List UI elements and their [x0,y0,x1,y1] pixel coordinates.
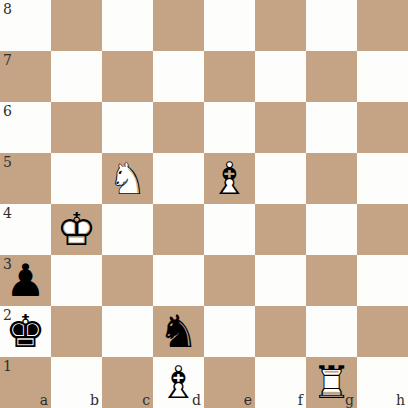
square-h1[interactable]: h [357,357,408,408]
square-b4[interactable]: ♚♔ [51,204,102,255]
square-a1[interactable]: 1a [0,357,51,408]
rank-label-6: 6 [3,104,12,118]
rank-label-1: 1 [3,359,12,373]
square-d1[interactable]: d♝♗ [153,357,204,408]
square-g8[interactable] [306,0,357,51]
square-a7[interactable]: 7 [0,51,51,102]
piece-outline-layer: ♗ [158,357,198,408]
piece-outline-layer: ♔ [56,204,96,255]
square-c1[interactable]: c [102,357,153,408]
square-e4[interactable] [204,204,255,255]
square-g4[interactable] [306,204,357,255]
square-e3[interactable] [204,255,255,306]
file-label-c: c [142,393,150,407]
piece-white-bishop[interactable]: ♝♗ [204,153,255,204]
square-e7[interactable] [204,51,255,102]
square-f7[interactable] [255,51,306,102]
square-f2[interactable] [255,306,306,357]
rank-label-8: 8 [3,2,12,16]
square-c5[interactable]: ♞♘ [102,153,153,204]
file-label-e: e [244,393,252,407]
square-b5[interactable] [51,153,102,204]
square-g1[interactable]: g♜♖ [306,357,357,408]
square-h7[interactable] [357,51,408,102]
square-b1[interactable]: b [51,357,102,408]
square-h4[interactable] [357,204,408,255]
square-b3[interactable] [51,255,102,306]
square-g5[interactable] [306,153,357,204]
square-h3[interactable] [357,255,408,306]
rank-label-5: 5 [3,155,12,169]
file-label-b: b [90,393,99,407]
square-h8[interactable] [357,0,408,51]
square-g7[interactable] [306,51,357,102]
rank-label-7: 7 [3,53,12,67]
piece-outline-layer: ♖ [311,357,351,408]
square-f1[interactable]: f [255,357,306,408]
piece-white-knight[interactable]: ♞♘ [102,153,153,204]
square-d2[interactable]: ♞ [153,306,204,357]
piece-black-knight[interactable]: ♞ [153,306,204,357]
rank-label-4: 4 [3,206,12,220]
square-a3[interactable]: 3♟ [0,255,51,306]
square-f8[interactable] [255,0,306,51]
square-c6[interactable] [102,102,153,153]
square-f6[interactable] [255,102,306,153]
piece-glyph: ♟ [5,255,45,306]
square-e2[interactable] [204,306,255,357]
square-e6[interactable] [204,102,255,153]
file-label-h: h [396,393,405,407]
piece-outline-layer: ♘ [107,153,147,204]
square-b2[interactable] [51,306,102,357]
square-d3[interactable] [153,255,204,306]
piece-glyph: ♞ [158,306,198,357]
square-d5[interactable] [153,153,204,204]
square-a5[interactable]: 5 [0,153,51,204]
chess-board: 8765♞♘♝♗4♚♔3♟2♚♞1abcd♝♗efg♜♖h [0,0,408,408]
square-a8[interactable]: 8 [0,0,51,51]
square-c2[interactable] [102,306,153,357]
square-b6[interactable] [51,102,102,153]
square-f3[interactable] [255,255,306,306]
square-c8[interactable] [102,0,153,51]
square-c7[interactable] [102,51,153,102]
square-g6[interactable] [306,102,357,153]
square-d4[interactable] [153,204,204,255]
piece-black-pawn[interactable]: ♟ [0,255,51,306]
square-h5[interactable] [357,153,408,204]
square-c3[interactable] [102,255,153,306]
file-label-a: a [40,393,48,407]
square-g2[interactable] [306,306,357,357]
square-g3[interactable] [306,255,357,306]
square-f4[interactable] [255,204,306,255]
square-e8[interactable] [204,0,255,51]
square-b7[interactable] [51,51,102,102]
square-e5[interactable]: ♝♗ [204,153,255,204]
square-c4[interactable] [102,204,153,255]
square-d8[interactable] [153,0,204,51]
square-a4[interactable]: 4 [0,204,51,255]
square-f5[interactable] [255,153,306,204]
square-e1[interactable]: e [204,357,255,408]
piece-white-bishop[interactable]: ♝♗ [153,357,204,408]
square-d7[interactable] [153,51,204,102]
square-a2[interactable]: 2♚ [0,306,51,357]
file-label-f: f [298,393,303,407]
square-b8[interactable] [51,0,102,51]
square-h6[interactable] [357,102,408,153]
square-h2[interactable] [357,306,408,357]
square-a6[interactable]: 6 [0,102,51,153]
piece-white-rook[interactable]: ♜♖ [306,357,357,408]
piece-glyph: ♚ [5,306,45,357]
square-d6[interactable] [153,102,204,153]
piece-white-king[interactable]: ♚♔ [51,204,102,255]
piece-black-king[interactable]: ♚ [0,306,51,357]
piece-outline-layer: ♗ [209,153,249,204]
